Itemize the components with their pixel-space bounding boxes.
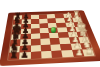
chess-set-photo: ♜♟♟♜♞♟♟♞♝♟♟♝♚♟♟♚♛♟♟♛♝♟♟♝♞♟♟♞♜♟♟♜ [0,0,100,67]
white-bishop: ♝ [75,17,84,26]
chess-board-frame: ♜♟♟♜♞♟♟♞♝♟♟♝♚♟♟♚♛♟♟♛♝♟♟♝♞♟♟♞♜♟♟♜ [0,10,100,66]
square-r7c0[interactable]: ♜ [8,52,19,60]
square-r3c1[interactable]: ♟ [21,28,30,34]
square-r3c7[interactable]: ♚ [75,26,86,31]
square-r4c1[interactable]: ♟ [21,33,31,39]
square-r5c4[interactable] [50,38,61,44]
black-queen: ♛ [11,29,21,40]
black-pawn: ♟ [22,12,30,19]
square-r5c1[interactable]: ♟ [20,39,30,45]
square-r2c7[interactable]: ♝ [73,21,83,26]
chess-board: ♜♟♟♜♞♟♟♞♝♟♟♝♚♟♟♚♛♟♟♛♝♟♟♝♞♟♟♞♜♟♟♜ [8,13,94,59]
square-r5c0[interactable]: ♝ [10,39,21,45]
square-r4c7[interactable]: ♛ [76,31,87,37]
square-r7c2[interactable] [30,51,41,58]
square-r5c2[interactable] [30,38,40,44]
square-r5c5[interactable] [59,37,70,43]
black-pawn: ♟ [19,50,30,59]
square-r4c2[interactable] [30,33,40,39]
white-pawn: ♟ [73,48,84,57]
square-r6c7[interactable]: ♞ [80,42,92,49]
square-r5c7[interactable]: ♝ [78,36,90,42]
green-marker [51,26,56,31]
white-rook: ♜ [72,10,80,18]
square-r6c1[interactable]: ♟ [20,45,31,52]
square-r6c2[interactable] [30,44,40,51]
square-r4c0[interactable]: ♛ [11,34,21,40]
square-r7c1[interactable]: ♟ [19,51,30,59]
square-r4c4[interactable] [49,32,59,38]
square-r6c0[interactable]: ♞ [9,45,20,52]
black-rook: ♜ [14,12,22,20]
square-r3c2[interactable] [30,28,39,34]
square-r7c7[interactable]: ♜ [82,48,95,55]
